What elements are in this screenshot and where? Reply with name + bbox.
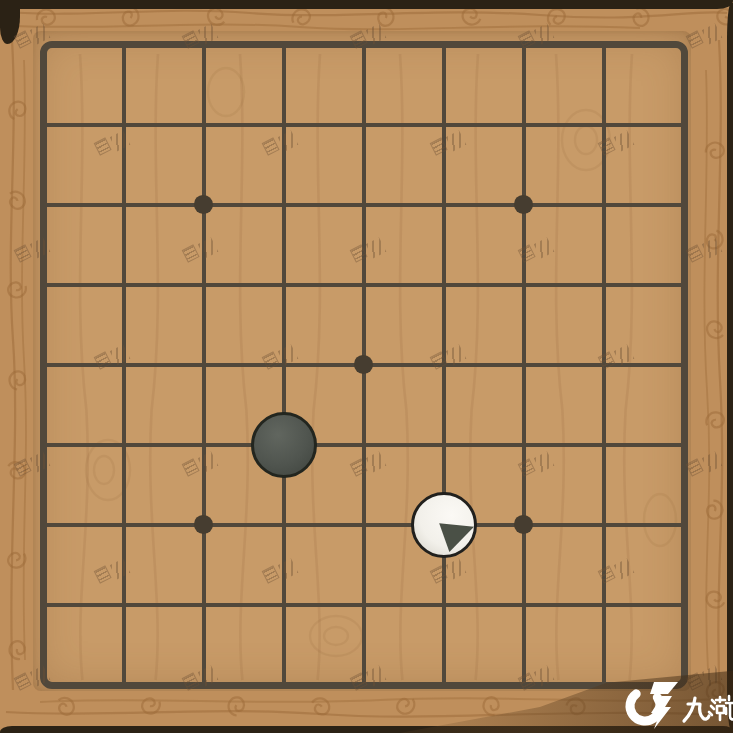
grid-line-segment	[123, 283, 164, 287]
intersection-B7[interactable]	[84, 165, 164, 245]
intersection-F3[interactable]	[404, 485, 484, 565]
grid-line-segment	[602, 284, 606, 325]
grid-line-segment	[84, 363, 125, 367]
grid-line-segment	[522, 85, 526, 126]
grid-line-segment	[602, 124, 606, 165]
intersection-E5[interactable]	[324, 325, 404, 405]
grid-line-segment	[84, 283, 125, 287]
grid-line-segment	[244, 603, 285, 607]
grid-line-segment	[122, 204, 126, 245]
grid-line-segment	[122, 284, 126, 325]
grid-line-segment	[122, 565, 126, 606]
grid-line-segment	[84, 123, 125, 127]
intersection-A4[interactable]	[4, 405, 84, 485]
black-stone	[251, 412, 317, 478]
grid-line-segment	[484, 363, 525, 367]
grid-line-segment	[644, 523, 685, 527]
intersection-D4[interactable]	[244, 405, 324, 485]
grid-line-segment	[603, 603, 644, 607]
grid-line-segment	[442, 165, 446, 206]
intersection-A2[interactable]	[4, 565, 84, 645]
grid-line-segment	[324, 443, 365, 447]
grid-line-segment	[363, 123, 404, 127]
intersection-F2[interactable]	[404, 565, 484, 645]
intersection-A5[interactable]	[4, 325, 84, 405]
grid-line-segment	[202, 284, 206, 325]
intersection-F5[interactable]	[404, 325, 484, 405]
intersection-F8[interactable]	[404, 85, 484, 165]
grid-line-segment	[644, 363, 685, 367]
grid-line-segment	[523, 123, 564, 127]
grid-line-segment	[442, 204, 446, 245]
grid-line-segment	[122, 604, 126, 645]
grid-line-segment	[443, 603, 484, 607]
grid-line-segment	[43, 203, 84, 207]
intersection-B4[interactable]	[84, 405, 164, 485]
grid-line-segment	[442, 604, 446, 645]
grid-line-segment	[202, 85, 206, 126]
intersection-E7[interactable]	[324, 165, 404, 245]
grid-line-segment	[564, 443, 605, 447]
intersection-B5[interactable]	[84, 325, 164, 405]
grid-line-segment	[244, 523, 285, 527]
grid-line-segment	[442, 364, 446, 405]
intersection-B1[interactable]	[84, 645, 164, 725]
grid-line-segment	[602, 85, 606, 126]
intersection-C6[interactable]	[164, 245, 244, 325]
grid-line-segment	[362, 165, 366, 206]
grid-line-segment	[404, 363, 445, 367]
grid-line-segment	[404, 123, 445, 127]
grid-line-segment	[522, 604, 526, 645]
grid-line-segment	[523, 443, 564, 447]
right-edge	[727, 3, 733, 733]
grid-line-segment	[43, 523, 84, 527]
intersection-E8[interactable]	[324, 85, 404, 165]
intersection-D6[interactable]	[244, 245, 324, 325]
grid-line-segment	[282, 165, 286, 206]
grid-line-segment	[122, 444, 126, 485]
grid-line-segment	[564, 523, 605, 527]
grid-line-segment	[362, 44, 366, 85]
grid-line-segment	[282, 604, 286, 645]
grid-line-segment	[442, 85, 446, 126]
grid-line-segment	[283, 523, 324, 527]
intersection-J7[interactable]	[644, 165, 724, 245]
intersection-J8[interactable]	[644, 85, 724, 165]
go-board-screenshot: 九游	[0, 0, 733, 733]
grid-line-segment	[404, 203, 445, 207]
intersection-J3[interactable]	[644, 485, 724, 565]
grid-line-segment	[122, 364, 126, 405]
intersection-C3[interactable]	[164, 485, 244, 565]
intersection-F6[interactable]	[404, 245, 484, 325]
grid-line-segment	[43, 443, 84, 447]
intersection-B3[interactable]	[84, 485, 164, 565]
star-point	[514, 195, 533, 214]
grid-line-segment	[324, 283, 365, 287]
intersection-E3[interactable]	[324, 485, 404, 565]
grid-line-segment	[282, 204, 286, 245]
grid-line-segment	[362, 284, 366, 325]
grid-line-segment	[484, 283, 525, 287]
grid-line-segment	[43, 603, 84, 607]
grid-line-segment	[603, 123, 644, 127]
grid-line-segment	[442, 645, 446, 686]
grid-line-segment	[203, 363, 244, 367]
grid-line-segment	[443, 363, 484, 367]
grid-line-segment	[644, 283, 685, 287]
grid-line-segment	[123, 443, 164, 447]
grid-line-segment	[202, 325, 206, 366]
intersection-E4[interactable]	[324, 405, 404, 485]
intersection-F9[interactable]	[404, 5, 484, 85]
grid-line-segment	[202, 405, 206, 446]
grid-line-segment	[202, 245, 206, 286]
grid-line-segment	[164, 443, 205, 447]
intersection-F4[interactable]	[404, 405, 484, 485]
intersection-A8[interactable]	[4, 85, 84, 165]
grid-line-segment	[442, 405, 446, 446]
grid-line-segment	[282, 524, 286, 565]
grid-line-segment	[602, 245, 606, 286]
grid-line-segment	[164, 123, 205, 127]
intersection-C1[interactable]	[164, 645, 244, 725]
grid-line-segment	[602, 405, 606, 446]
grid-line-segment	[603, 363, 644, 367]
star-point	[354, 355, 373, 374]
grid-line-segment	[602, 204, 606, 245]
grid-line-segment	[442, 245, 446, 286]
grid-line-segment	[164, 603, 205, 607]
grid-line-segment	[522, 405, 526, 446]
grid-line-segment	[443, 443, 484, 447]
grid-line-segment	[442, 284, 446, 325]
grid-line-segment	[602, 565, 606, 606]
intersection-G3[interactable]	[484, 485, 564, 565]
intersection-D2[interactable]	[244, 565, 324, 645]
intersection-G7[interactable]	[484, 165, 564, 245]
grid-line-segment	[602, 645, 606, 686]
grid-line-segment	[363, 443, 404, 447]
grid-line-segment	[123, 603, 164, 607]
grid-line-segment	[283, 283, 324, 287]
grid-line-segment	[324, 123, 365, 127]
grid-line-segment	[362, 405, 366, 446]
grid-line-segment	[602, 165, 606, 206]
grid-line-segment	[484, 603, 525, 607]
intersection-D3[interactable]	[244, 485, 324, 565]
grid-line-segment	[443, 203, 484, 207]
grid-line-segment	[362, 485, 366, 526]
grid-line-segment	[244, 363, 285, 367]
grid-line-segment	[84, 203, 125, 207]
intersection-H7[interactable]	[564, 165, 644, 245]
intersection-A1[interactable]	[4, 645, 84, 725]
intersection-G5[interactable]	[484, 325, 564, 405]
grid-line-segment	[603, 443, 644, 447]
grid-line-segment	[244, 123, 285, 127]
intersection-G4[interactable]	[484, 405, 564, 485]
grid-line-segment	[202, 565, 206, 606]
grid-line-segment	[282, 325, 286, 366]
grid-line-segment	[362, 604, 366, 645]
grid-line-segment	[123, 363, 164, 367]
grid-line-segment	[362, 204, 366, 245]
intersection-H3[interactable]	[564, 485, 644, 565]
intersection-D8[interactable]	[244, 85, 324, 165]
grid-line-segment	[644, 443, 685, 447]
grid-line-segment	[602, 485, 606, 526]
grid-line-segment	[283, 363, 324, 367]
grid-line-segment	[522, 44, 526, 85]
grid-line-segment	[324, 603, 365, 607]
intersection-C5[interactable]	[164, 325, 244, 405]
board-grid[interactable]	[4, 5, 724, 725]
grid-line-segment	[202, 604, 206, 645]
grid-line-segment	[164, 363, 205, 367]
grid-line-segment	[122, 485, 126, 526]
grid-line-segment	[282, 565, 286, 606]
grid-line-segment	[603, 203, 644, 207]
grid-line-segment	[244, 283, 285, 287]
grid-line-segment	[602, 604, 606, 645]
grid-line-segment	[523, 603, 564, 607]
intersection-H4[interactable]	[564, 405, 644, 485]
grid-line-segment	[564, 283, 605, 287]
intersection-B2[interactable]	[84, 565, 164, 645]
grid-line-segment	[522, 565, 526, 606]
grid-line-segment	[282, 485, 286, 526]
grid-line-segment	[122, 124, 126, 165]
intersection-D7[interactable]	[244, 165, 324, 245]
grid-line-segment	[522, 364, 526, 405]
last-move-marker	[414, 495, 474, 555]
grid-line-segment	[442, 325, 446, 366]
grid-line-segment	[522, 124, 526, 165]
grid-line-segment	[84, 603, 125, 607]
grid-line-segment	[123, 123, 164, 127]
grid-line-segment	[522, 444, 526, 485]
grid-line-segment	[324, 523, 365, 527]
grid-line-segment	[602, 44, 606, 85]
grid-line-segment	[404, 443, 445, 447]
grid-line-segment	[43, 363, 84, 367]
grid-line-segment	[644, 123, 685, 127]
grid-line-segment	[203, 123, 244, 127]
grid-line-segment	[564, 363, 605, 367]
grid-line-segment	[363, 523, 404, 527]
grid-line-segment	[442, 44, 446, 85]
intersection-J6[interactable]	[644, 245, 724, 325]
intersection-H2[interactable]	[564, 565, 644, 645]
intersection-H8[interactable]	[564, 85, 644, 165]
grid-line-segment	[564, 123, 605, 127]
grid-line-segment	[122, 645, 126, 686]
grid-line-segment	[363, 283, 404, 287]
grid-line-segment	[123, 203, 164, 207]
intersection-G2[interactable]	[484, 565, 564, 645]
intersection-E6[interactable]	[324, 245, 404, 325]
grid-line-segment	[122, 325, 126, 366]
grid-line-segment	[363, 603, 404, 607]
grid-line-segment	[122, 405, 126, 446]
grid-line-segment	[564, 203, 605, 207]
star-point	[194, 195, 213, 214]
grid-line-segment	[362, 645, 366, 686]
grid-line-segment	[122, 165, 126, 206]
grid-line-segment	[404, 603, 445, 607]
intersection-E1[interactable]	[324, 645, 404, 725]
grid-line-segment	[84, 443, 125, 447]
intersection-C8[interactable]	[164, 85, 244, 165]
grid-line-segment	[122, 524, 126, 565]
grid-line-segment	[202, 364, 206, 405]
grid-line-segment	[602, 364, 606, 405]
intersection-D5[interactable]	[244, 325, 324, 405]
intersection-D1[interactable]	[244, 645, 324, 725]
grid-line-segment	[442, 444, 446, 485]
star-point	[514, 515, 533, 534]
grid-line-segment	[443, 123, 484, 127]
grid-line-segment	[282, 645, 286, 686]
grid-line-segment	[522, 284, 526, 325]
intersection-E9[interactable]	[324, 5, 404, 85]
intersection-J2[interactable]	[644, 565, 724, 645]
grid-line-segment	[644, 203, 685, 207]
grid-line-segment	[43, 283, 84, 287]
grid-line-segment	[602, 325, 606, 366]
grid-line-segment	[282, 44, 286, 85]
grid-line-segment	[164, 283, 205, 287]
grid-line-segment	[283, 203, 324, 207]
intersection-C4[interactable]	[164, 405, 244, 485]
grid-line-segment	[602, 524, 606, 565]
grid-line-segment	[43, 123, 84, 127]
white-stone	[411, 492, 477, 558]
grid-line-segment	[523, 283, 564, 287]
grid-line-segment	[484, 123, 525, 127]
grid-line-segment	[362, 565, 366, 606]
intersection-B6[interactable]	[84, 245, 164, 325]
grid-line-segment	[122, 245, 126, 286]
grid-line-segment	[404, 283, 445, 287]
grid-line-segment	[362, 245, 366, 286]
intersection-G8[interactable]	[484, 85, 564, 165]
grid-line-segment	[324, 203, 365, 207]
intersection-H6[interactable]	[564, 245, 644, 325]
grid-line-segment	[362, 85, 366, 126]
grid-line-segment	[282, 85, 286, 126]
intersection-J9[interactable]	[644, 5, 724, 85]
intersection-F7[interactable]	[404, 165, 484, 245]
grid-line-segment	[283, 603, 324, 607]
grid-line-segment	[244, 203, 285, 207]
intersection-E2[interactable]	[324, 565, 404, 645]
intersection-C9[interactable]	[164, 5, 244, 85]
intersection-D9[interactable]	[244, 5, 324, 85]
intersection-B8[interactable]	[84, 85, 164, 165]
grid-line-segment	[522, 325, 526, 366]
grid-line-segment	[603, 283, 644, 287]
grid-line-segment	[522, 645, 526, 686]
grid-line-segment	[282, 124, 286, 165]
grid-line-segment	[362, 444, 366, 485]
intersection-F1[interactable]	[404, 645, 484, 725]
grid-line-segment	[282, 245, 286, 286]
grid-line-segment	[362, 124, 366, 165]
grid-line-segment	[443, 283, 484, 287]
top-edge	[0, 0, 733, 9]
grid-line-segment	[442, 565, 446, 606]
intersection-J5[interactable]	[644, 325, 724, 405]
grid-line-segment	[644, 603, 685, 607]
intersection-A3[interactable]	[4, 485, 84, 565]
star-point	[194, 515, 213, 534]
intersection-G6[interactable]	[484, 245, 564, 325]
grid-line-segment	[203, 283, 244, 287]
grid-line-segment	[123, 523, 164, 527]
grid-line-segment	[602, 444, 606, 485]
intersection-G9[interactable]	[484, 5, 564, 85]
grid-line-segment	[202, 645, 206, 686]
grid-line-segment	[522, 245, 526, 286]
grid-line-segment	[282, 364, 286, 405]
grid-line-segment	[202, 124, 206, 165]
grid-line-segment	[362, 524, 366, 565]
intersection-A7[interactable]	[4, 165, 84, 245]
intersection-C7[interactable]	[164, 165, 244, 245]
grid-line-segment	[122, 85, 126, 126]
grid-line-segment	[363, 203, 404, 207]
intersection-A6[interactable]	[4, 245, 84, 325]
grid-line-segment	[282, 284, 286, 325]
grid-line-segment	[484, 443, 525, 447]
jiuyou-logo-icon	[617, 679, 733, 731]
grid-line-segment	[283, 123, 324, 127]
grid-line-segment	[523, 363, 564, 367]
grid-line-segment	[202, 44, 206, 85]
grid-line-segment	[122, 44, 126, 85]
intersection-J4[interactable]	[644, 405, 724, 485]
grid-line-segment	[202, 444, 206, 485]
grid-line-segment	[203, 443, 244, 447]
grid-line-segment	[203, 603, 244, 607]
site-watermark: 九游	[621, 679, 733, 731]
grid-line-segment	[564, 603, 605, 607]
intersection-B9[interactable]	[84, 5, 164, 85]
intersection-H9[interactable]	[564, 5, 644, 85]
grid-line-segment	[84, 523, 125, 527]
intersection-H5[interactable]	[564, 325, 644, 405]
grid-line-segment	[442, 124, 446, 165]
grid-line-segment	[603, 523, 644, 527]
intersection-C2[interactable]	[164, 565, 244, 645]
